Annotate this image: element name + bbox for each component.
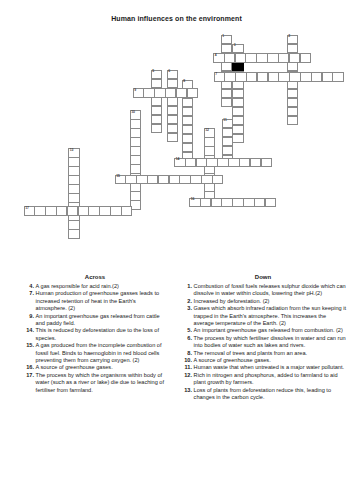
crossword-cell[interactable] [250,158,262,168]
crossword-cell[interactable] [125,175,137,185]
crossword-cell[interactable] [154,88,166,98]
cell-number: 2 [288,35,290,39]
down-header: Down [180,274,346,280]
crossword-cell[interactable] [256,53,268,63]
cell-number: 4 [215,54,217,58]
clue-text: Rich in nitrogen and phosphorus, added t… [194,372,346,387]
crossword-cell[interactable] [221,98,233,108]
clue-item: 1.Combustion of fossil fuels releases su… [180,283,346,298]
clue-text: The process by which the organisms withi… [36,372,168,394]
crossword-cell[interactable] [287,116,299,126]
crossword-cell[interactable] [311,72,323,82]
crossword-cell[interactable] [278,72,290,82]
clue-number: 1. [180,283,194,298]
word-16-across: 16 [189,198,276,208]
word-15-across: 15 [115,175,224,185]
clue-item: 9.An important greenhouse gas released f… [22,313,168,328]
clue-item: 10.A source of greenhouse gases. [180,357,346,364]
crossword-cell[interactable] [196,158,208,168]
crossword-cell[interactable] [68,229,80,239]
word-9-across: 9 [133,88,199,98]
crossword-cell[interactable] [322,72,334,82]
crossword-cell[interactable] [224,72,236,82]
clue-item: 11.Human waste that when untreated is a … [180,364,346,371]
word-14-across: 14 [174,158,272,168]
clue-item: 8.The removal of trees and plants from a… [180,350,346,357]
clue-section: Across 4.A gas responsible for acid rain… [22,274,346,402]
clue-item: 7.Human production of greenhouse gasses … [22,290,168,312]
crossword-cell[interactable] [187,88,199,98]
crossword-cell[interactable]: 4 [213,53,225,63]
crossword-cell[interactable]: 16 [189,198,201,208]
crossword-cell[interactable] [136,175,148,185]
crossword-cell[interactable]: 17 [24,206,36,216]
cell-number: 12 [205,129,209,133]
crossword-cell[interactable]: 14 [174,158,186,168]
cell-number: 8 [183,80,185,84]
crossword-cell[interactable] [165,88,177,98]
clue-number: 10. [180,357,194,364]
crossword-cell[interactable]: 7 [214,72,226,82]
crossword-cell[interactable] [268,72,280,82]
crossword-grid: 1234567891011121314151617 [0,0,353,500]
clue-item: 12.Rich in nitrogen and phosphorus, adde… [180,372,346,387]
crossword-cell[interactable] [289,72,301,82]
crossword-cell[interactable] [206,158,218,168]
cell-number: 14 [176,158,180,162]
clue-item: 2.Increased by deforestation. (2) [180,298,346,305]
down-clue-list: 1.Combustion of fossil fuels releases su… [180,283,346,402]
worksheet-page: Human influences on the environment 1234… [0,0,353,500]
crossword-cell[interactable] [88,206,100,216]
clue-number: 17. [22,372,36,394]
clue-item: 6.The process by which fertiliser dissol… [180,335,346,350]
crossword-cell[interactable] [243,198,255,208]
crossword-cell[interactable] [235,53,247,63]
clue-number: 9. [22,313,36,328]
clue-text: This is reduced by deforestation due to … [36,327,168,342]
cell-number: 6 [168,70,170,74]
crossword-cell[interactable] [245,53,257,63]
crossword-cell[interactable] [332,72,344,82]
clue-text: Human waste that when untreated is a maj… [194,364,346,371]
cell-number: 10 [131,111,135,115]
cell-number: 15 [116,175,120,179]
crossword-cell[interactable] [179,175,191,185]
crossword-cell[interactable] [110,206,122,216]
clue-number: 7. [22,290,36,312]
word-7-across: 7 [214,72,344,82]
clue-text: A gas responsible for acid rain.(2) [36,283,168,290]
word-5-down: 5 [151,70,163,134]
cell-number: 16 [191,198,195,202]
cell-number: 1 [222,35,224,39]
crossword-cell[interactable]: 9 [133,88,145,98]
clue-number: 15. [22,342,36,364]
clue-item: 15.A gas produced from the incomplete co… [22,342,168,364]
clue-item: 16.A source of greenhouse gases. [22,364,168,371]
crossword-cell[interactable] [34,206,46,216]
cell-number: 3 [234,44,236,48]
crossword-cell[interactable] [212,175,224,185]
crossword-cell[interactable] [300,72,312,82]
crossword-cell[interactable] [78,206,90,216]
cell-number: 7 [215,73,217,77]
crossword-cell[interactable] [239,158,251,168]
clue-item: 4.A gas responsible for acid rain.(2) [22,283,168,290]
crossword-cell[interactable] [300,53,312,63]
word-4-across: 4 [213,53,311,63]
clue-number: 3. [180,305,194,327]
crossword-cell[interactable] [200,198,212,208]
clue-number: 2. [180,298,194,305]
clue-number: 16. [22,364,36,371]
crossword-cell[interactable] [232,134,244,144]
cell-number: 13 [70,149,74,153]
cell-number: 5 [152,70,154,74]
clue-text: An important greenhouse gas released fro… [36,313,168,328]
crossword-cell[interactable] [246,72,258,82]
word-13-down: 13 [68,148,80,239]
crossword-cell[interactable] [67,206,79,216]
crossword-cell[interactable] [261,158,273,168]
clue-number: 12. [180,372,194,387]
word-6-down: 6 [167,70,179,143]
cell-number: 17 [25,207,29,211]
crossword-cell[interactable] [190,175,202,185]
clue-item: 5.An important greenhouse gas released f… [180,327,346,334]
word-10-down: 10 [130,110,142,210]
clue-number: 8. [180,350,194,357]
crossword-cell[interactable] [56,206,68,216]
crossword-cell[interactable] [254,198,266,208]
clue-text: Increased by deforestation. (2) [194,298,346,305]
across-clue-list: 4.A gas responsible for acid rain.(2)7.H… [22,283,168,394]
crossword-cell[interactable] [143,88,155,98]
crossword-cell[interactable] [289,53,301,63]
clue-number: 4. [22,283,36,290]
clue-text: A source of greenhouse gases. [194,357,346,364]
crossword-cell[interactable] [211,198,223,208]
crossword-cell[interactable]: 15 [115,175,127,185]
clue-text: A gas produced from the incomplete combu… [36,342,168,364]
clue-text: Combustion of fossil fuels releases sulp… [194,283,346,298]
clue-number: 13. [180,387,194,402]
crossword-cell[interactable] [228,158,240,168]
clue-text: A source of greenhouse gases. [36,364,168,371]
crossword-cell[interactable] [151,124,163,134]
crossword-cell[interactable] [201,175,213,185]
clue-text: Gases which absorb infrared radiation fr… [194,305,346,327]
crossword-cell[interactable] [121,206,133,216]
crossword-cell[interactable] [169,175,181,185]
clue-item: 14.This is reduced by deforestation due … [22,327,168,342]
crossword-cell[interactable] [217,158,229,168]
crossword-cell[interactable] [45,206,57,216]
crossword-cell[interactable] [158,175,170,185]
crossword-cell[interactable] [267,53,279,63]
clue-text: The process by which fertiliser dissolve… [194,335,346,350]
down-clues-column: Down 1.Combustion of fossil fuels releas… [180,274,346,402]
crossword-cell[interactable] [176,88,188,98]
crossword-cell[interactable] [221,198,233,208]
clue-item: 3.Gases which absorb infrared radiation … [180,305,346,327]
clue-text: Human production of greenhouse gasses le… [36,290,168,312]
cell-number: 11 [223,119,227,123]
crossword-cell[interactable] [167,133,179,143]
clue-item: 13.Loss of plants from deforestation red… [180,387,346,402]
crossword-cell[interactable] [147,175,159,185]
clue-number: 5. [180,327,194,334]
crossword-cell[interactable] [99,206,111,216]
across-clues-column: Across 4.A gas responsible for acid rain… [22,274,168,402]
crossword-cell[interactable] [265,198,277,208]
across-header: Across [22,274,168,280]
crossword-cell[interactable] [278,53,290,63]
clue-item: 17.The process by which the organisms wi… [22,372,168,394]
clue-text: Loss of plants from deforestation reduce… [194,387,346,402]
clue-text: An important greenhouse gas released fro… [194,327,346,334]
clue-number: 6. [180,335,194,350]
word-17-across: 17 [24,206,133,216]
crossword-cell[interactable] [232,198,244,208]
clue-number: 11. [180,364,194,371]
clue-text: The removal of trees and plants from an … [194,350,346,357]
crossword-cell[interactable] [224,53,236,63]
word-1-down: 1 [221,35,233,108]
crossword-cell[interactable] [185,158,197,168]
crossword-cell[interactable] [257,72,269,82]
cell-number: 9 [134,89,136,93]
clue-number: 14. [22,327,36,342]
crossword-cell[interactable] [235,72,247,82]
